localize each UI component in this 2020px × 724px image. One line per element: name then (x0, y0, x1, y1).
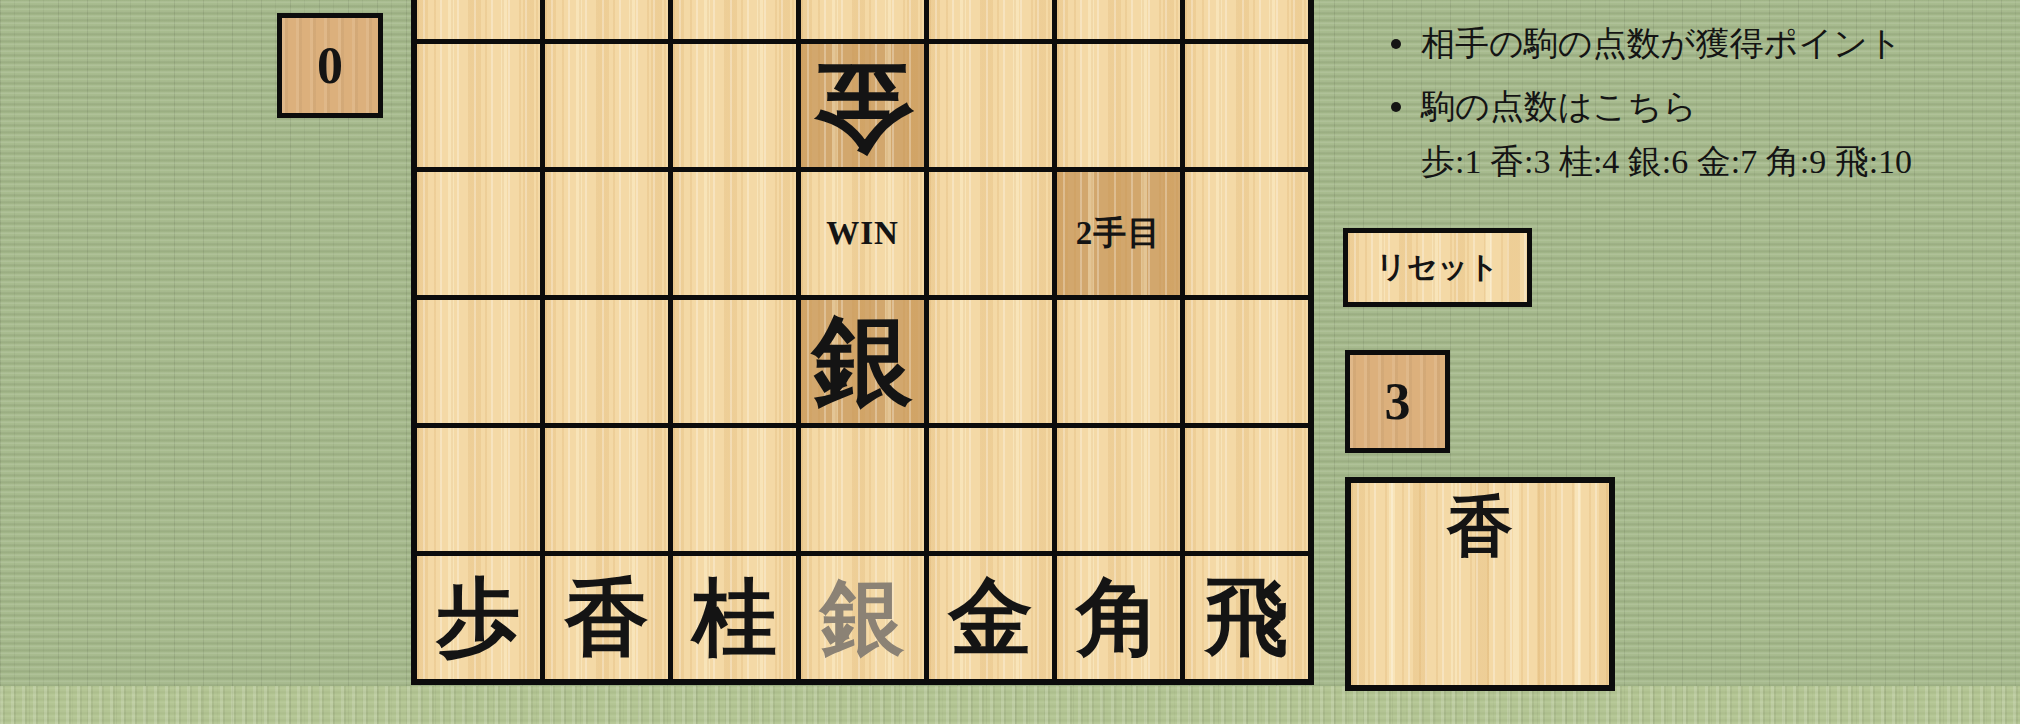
board-cell-r5c4[interactable] (801, 428, 924, 551)
board-cell-r1c4[interactable] (801, 0, 924, 39)
board-cell-r4c6[interactable] (1057, 300, 1180, 423)
board-cell-r2c2[interactable] (545, 44, 668, 167)
board-cell-r6c5[interactable]: 金 (929, 556, 1052, 679)
opponent-score-box: 0 (277, 13, 383, 118)
board-cell-r2c5[interactable] (929, 44, 1052, 167)
board-cell-r5c2[interactable] (545, 428, 668, 551)
board-cell-r5c6[interactable] (1057, 428, 1180, 551)
board-cell-r6c1[interactable]: 歩 (417, 556, 540, 679)
tatami-seam-band (0, 686, 2020, 724)
board-cell-r3c3[interactable] (673, 172, 796, 295)
board-cell-r2c7[interactable] (1185, 44, 1308, 167)
win-goal-label: WIN (826, 217, 899, 250)
sente-bishop: 角 (1077, 576, 1161, 660)
board-cell-r3c4[interactable]: WIN (801, 172, 924, 295)
board-cell-r2c6[interactable] (1057, 44, 1180, 167)
board-cell-r3c6[interactable]: 2手目 (1057, 172, 1180, 295)
board-cell-r4c4[interactable]: 銀 (801, 300, 924, 423)
sente-silver-ghost: 銀 (821, 576, 905, 660)
opponent-score-value: 0 (317, 36, 343, 95)
board-cell-r1c6[interactable] (1057, 0, 1180, 39)
board-cell-r4c3[interactable] (673, 300, 796, 423)
board-cell-r4c5[interactable] (929, 300, 1052, 423)
board-cell-r4c7[interactable] (1185, 300, 1308, 423)
board-cell-r1c3[interactable] (673, 0, 796, 39)
sente-gold-general: 金 (949, 576, 1033, 660)
move-2-marker: 2手目 (1076, 217, 1162, 250)
board-cell-r6c3[interactable]: 桂 (673, 556, 796, 679)
reset-button[interactable]: リセット (1343, 228, 1532, 307)
board-cell-r2c1[interactable] (417, 44, 540, 167)
board-cell-r5c5[interactable] (929, 428, 1052, 551)
board-cell-r5c3[interactable] (673, 428, 796, 551)
rules-panel: 相手の駒の点数が獲得ポイント 駒の点数はこちら 歩:1 香:3 桂:4 銀:6 … (1391, 26, 2011, 180)
player-score-value: 3 (1385, 372, 1411, 431)
board-cell-r3c2[interactable] (545, 172, 668, 295)
rule-line-1: 相手の駒の点数が獲得ポイント (1391, 26, 2011, 62)
board-cell-r1c7[interactable] (1185, 0, 1308, 39)
rule-text-2: 駒の点数はこちら (1421, 89, 1697, 125)
board-cell-r5c7[interactable] (1185, 428, 1308, 551)
bullet-icon (1391, 102, 1401, 112)
sente-knight: 桂 (693, 576, 777, 660)
board-cell-r3c1[interactable] (417, 172, 540, 295)
board-cell-r5c1[interactable] (417, 428, 540, 551)
board-cell-r1c2[interactable] (545, 0, 668, 39)
board-cell-r6c6[interactable]: 角 (1057, 556, 1180, 679)
board-cell-r2c4[interactable]: 金 (801, 44, 924, 167)
bullet-icon (1391, 39, 1401, 49)
captured-pieces-tray: 香 (1345, 477, 1615, 691)
sente-silver-general: 銀 (813, 312, 913, 412)
player-score-box: 3 (1345, 350, 1450, 453)
board-cell-r6c2[interactable]: 香 (545, 556, 668, 679)
board-cell-r3c5[interactable] (929, 172, 1052, 295)
board-cell-r6c7[interactable]: 飛 (1185, 556, 1308, 679)
sente-rook: 飛 (1205, 576, 1289, 660)
gote-gold-general-rotated: 金 (813, 56, 913, 156)
piece-points-line: 歩:1 香:3 桂:4 銀:6 金:7 角:9 飛:10 (1391, 144, 2011, 180)
board-cell-r1c1[interactable] (417, 0, 540, 39)
sente-pawn: 歩 (437, 576, 521, 660)
shogi-board: 金WIN2手目銀歩香桂銀金角飛 (411, 0, 1314, 685)
board-cell-r6c4[interactable]: 銀 (801, 556, 924, 679)
board-cell-r4c1[interactable] (417, 300, 540, 423)
board-cell-r4c2[interactable] (545, 300, 668, 423)
captured-piece-lance[interactable]: 香 (1447, 491, 1513, 564)
sente-lance: 香 (565, 576, 649, 660)
board-cell-r3c7[interactable] (1185, 172, 1308, 295)
board-cell-r1c5[interactable] (929, 0, 1052, 39)
rule-text-1: 相手の駒の点数が獲得ポイント (1421, 26, 1903, 62)
game-stage: 0 金WIN2手目銀歩香桂銀金角飛 相手の駒の点数が獲得ポイント 駒の点数はこち… (0, 0, 2020, 724)
board-cell-r2c3[interactable] (673, 44, 796, 167)
rule-line-2: 駒の点数はこちら (1391, 89, 2011, 125)
